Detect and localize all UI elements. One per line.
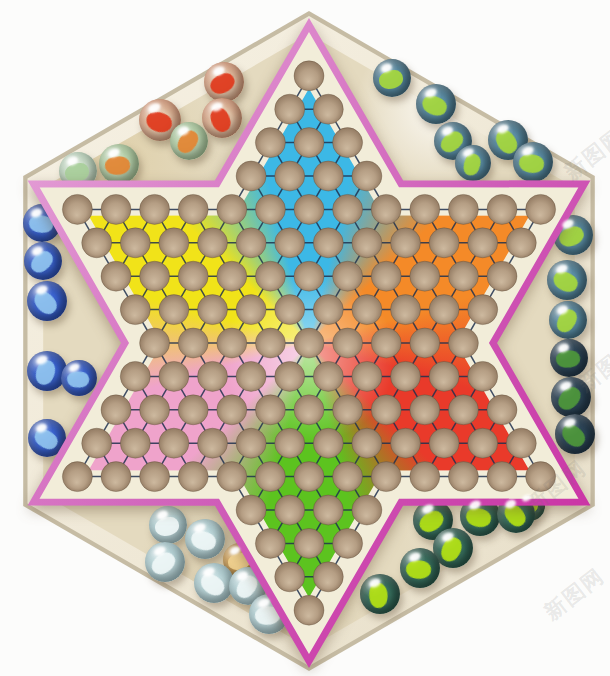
watermark-text: 新图网 — [559, 122, 610, 187]
chinese-checkers-photo: 新图网新图网新图网新图网 — [0, 0, 610, 676]
watermark-text: 新图网 — [521, 454, 593, 519]
watermark-text: 新图网 — [573, 334, 610, 399]
watermark-text: 新图网 — [539, 562, 610, 627]
watermarks: 新图网新图网新图网新图网 — [0, 0, 610, 676]
